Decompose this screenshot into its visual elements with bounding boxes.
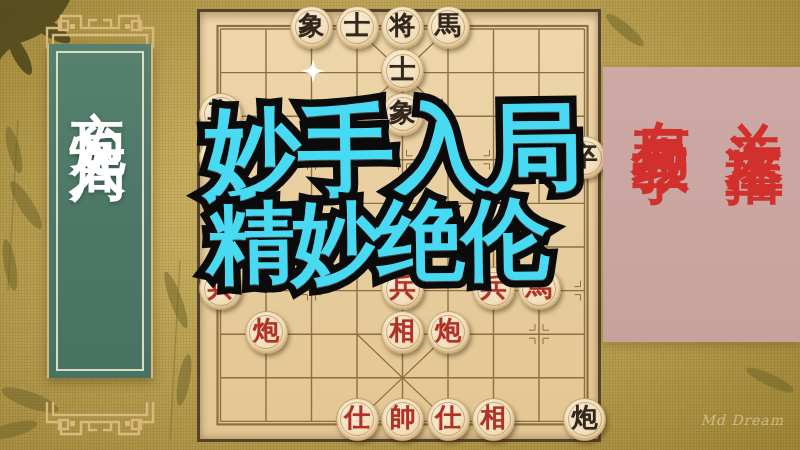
piece-character: 馬 bbox=[435, 13, 461, 39]
piece-character: 帥 bbox=[390, 405, 416, 431]
piece-character: 相 bbox=[481, 405, 507, 431]
video-thumbnail: 弃炮入局 楚河 汉界 象士将馬士車象卒卒卒炮兵兵兵馬炮相炮仕帥仕相 妙手入局 妙… bbox=[0, 0, 800, 450]
piece-character: 将 bbox=[390, 13, 416, 39]
piece-character: 士 bbox=[344, 13, 370, 39]
left-banner: 弃炮入局 bbox=[45, 8, 155, 442]
xiangqi-piece-相[interactable]: 相 bbox=[381, 311, 424, 354]
piece-character: 士 bbox=[390, 57, 416, 83]
xiangqi-piece-将[interactable]: 将 bbox=[381, 6, 424, 49]
xiangqi-piece-相[interactable]: 相 bbox=[472, 398, 515, 441]
piece-character: 仕 bbox=[344, 405, 370, 431]
overlay-title-line2: 精妙绝伦 精妙绝伦 bbox=[206, 190, 581, 290]
xiangqi-piece-象[interactable]: 象 bbox=[290, 6, 333, 49]
xiangqi-piece-炮[interactable]: 炮 bbox=[427, 311, 470, 354]
banner-title: 弃炮入局 bbox=[45, 64, 151, 364]
right-panel-text-teaching: 布局教学 bbox=[631, 74, 689, 110]
overlay-title: 妙手入局 妙手入局 精妙绝伦 精妙绝伦 bbox=[203, 93, 582, 290]
banner-ornament-top bbox=[45, 8, 155, 48]
xiangqi-piece-馬[interactable]: 馬 bbox=[427, 6, 470, 49]
xiangqi-piece-士[interactable]: 士 bbox=[336, 6, 379, 49]
piece-character: 炮 bbox=[253, 318, 279, 344]
right-panel: 布局教学 关注主播 bbox=[603, 67, 800, 342]
piece-character: 仕 bbox=[435, 405, 461, 431]
xiangqi-piece-帥[interactable]: 帥 bbox=[381, 398, 424, 441]
piece-character: 炮 bbox=[572, 405, 598, 431]
watermark-signature: Md Dream bbox=[700, 412, 784, 428]
right-panel-text-follow: 关注主播 bbox=[725, 74, 783, 110]
xiangqi-piece-士[interactable]: 士 bbox=[381, 49, 424, 92]
xiangqi-piece-仕[interactable]: 仕 bbox=[336, 398, 379, 441]
piece-character: 相 bbox=[390, 318, 416, 344]
xiangqi-piece-仕[interactable]: 仕 bbox=[427, 398, 470, 441]
xiangqi-piece-炮[interactable]: 炮 bbox=[245, 311, 288, 354]
piece-character: 炮 bbox=[435, 318, 461, 344]
banner-ornament-bottom bbox=[45, 402, 155, 442]
xiangqi-piece-炮[interactable]: 炮 bbox=[563, 398, 606, 441]
piece-character: 象 bbox=[299, 13, 325, 39]
